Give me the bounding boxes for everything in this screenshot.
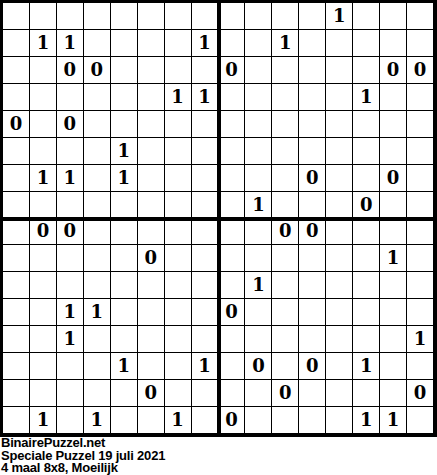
cell-r7c16[interactable] (407, 165, 434, 192)
cell-r15c1[interactable] (3, 380, 30, 407)
cell-r14c14: 1 (353, 353, 380, 380)
cell-r10c8[interactable] (192, 245, 219, 272)
cell-r12c14[interactable] (353, 299, 380, 326)
cell-r9c1[interactable] (3, 219, 30, 246)
cell-r4c1[interactable] (3, 84, 30, 111)
cell-r9c13[interactable] (326, 219, 353, 246)
cell-r6c16[interactable] (407, 138, 434, 165)
cell-r4c3[interactable] (57, 84, 84, 111)
cell-r14c7[interactable] (165, 353, 192, 380)
cell-r12c6[interactable] (138, 299, 165, 326)
cell-r15c12[interactable] (299, 380, 326, 407)
cell-r9c4[interactable] (84, 219, 111, 246)
cell-r4c6[interactable] (138, 84, 165, 111)
cell-r1c6[interactable] (138, 3, 165, 30)
cell-r11c9[interactable] (219, 272, 246, 299)
cell-r12c8[interactable] (192, 299, 219, 326)
cell-r8c15[interactable] (380, 192, 407, 219)
cell-r11c16[interactable] (407, 272, 434, 299)
cell-r15c8[interactable] (192, 380, 219, 407)
puzzle-page: 1111100000111001111001000000111101111001… (0, 0, 437, 475)
cell-r4c5[interactable] (111, 84, 138, 111)
cell-r9c8[interactable] (192, 219, 219, 246)
cell-r15c9[interactable] (219, 380, 246, 407)
cell-r12c1[interactable] (3, 299, 30, 326)
cell-r14c9[interactable] (219, 353, 246, 380)
cell-r15c16: 0 (407, 380, 434, 407)
cell-r14c13[interactable] (326, 353, 353, 380)
cell-r2c10[interactable] (245, 30, 272, 57)
cell-r4c11[interactable] (272, 84, 299, 111)
cell-r10c3[interactable] (57, 245, 84, 272)
cell-r4c12[interactable] (299, 84, 326, 111)
cell-r2c2: 1 (30, 30, 57, 57)
cell-r1c16[interactable] (407, 3, 434, 30)
cell-r14c8: 1 (192, 353, 219, 380)
cell-r11c5[interactable] (111, 272, 138, 299)
cell-r16c3[interactable] (57, 407, 84, 434)
cell-r8c7[interactable] (165, 192, 192, 219)
cell-r2c11: 1 (272, 30, 299, 57)
cell-r7c6[interactable] (138, 165, 165, 192)
cell-r5c5[interactable] (111, 111, 138, 138)
cell-r7c11[interactable] (272, 165, 299, 192)
cell-r5c12[interactable] (299, 111, 326, 138)
cell-r14c16[interactable] (407, 353, 434, 380)
cell-r15c10[interactable] (245, 380, 272, 407)
cell-r9c9[interactable] (219, 219, 246, 246)
cell-r6c15[interactable] (380, 138, 407, 165)
cell-r6c2[interactable] (30, 138, 57, 165)
cell-r6c5: 1 (111, 138, 138, 165)
cell-r2c8: 1 (192, 30, 219, 57)
cell-r10c15: 1 (380, 245, 407, 272)
cell-r11c7[interactable] (165, 272, 192, 299)
cell-r12c5[interactable] (111, 299, 138, 326)
quadrant-divider-horizontal (3, 217, 434, 221)
cell-r16c14: 1 (353, 407, 380, 434)
cell-r14c5: 1 (111, 353, 138, 380)
cell-r6c12[interactable] (299, 138, 326, 165)
cell-r6c11[interactable] (272, 138, 299, 165)
cell-r9c5[interactable] (111, 219, 138, 246)
cell-r13c1[interactable] (3, 326, 30, 353)
cell-r7c7[interactable] (165, 165, 192, 192)
cell-r11c12[interactable] (299, 272, 326, 299)
cell-r12c11[interactable] (272, 299, 299, 326)
cell-r16c16[interactable] (407, 407, 434, 434)
cell-r2c1[interactable] (3, 30, 30, 57)
cell-r8c11[interactable] (272, 192, 299, 219)
cell-r15c14[interactable] (353, 380, 380, 407)
cell-r4c15[interactable] (380, 84, 407, 111)
cell-r14c1[interactable] (3, 353, 30, 380)
cell-r9c11: 0 (272, 219, 299, 246)
cell-r9c16[interactable] (407, 219, 434, 246)
cell-r5c15[interactable] (380, 111, 407, 138)
cell-r9c10[interactable] (245, 219, 272, 246)
cell-r3c9: 0 (219, 57, 246, 84)
cell-r16c5[interactable] (111, 407, 138, 434)
cell-r13c6[interactable] (138, 326, 165, 353)
cell-r10c11[interactable] (272, 245, 299, 272)
cell-r5c13[interactable] (326, 111, 353, 138)
cell-r13c7[interactable] (165, 326, 192, 353)
cell-r5c10[interactable] (245, 111, 272, 138)
cell-r7c3: 1 (57, 165, 84, 192)
cell-r7c14[interactable] (353, 165, 380, 192)
cell-r7c12: 0 (299, 165, 326, 192)
cell-r2c12[interactable] (299, 30, 326, 57)
cell-r3c2[interactable] (30, 57, 57, 84)
cell-r7c8[interactable] (192, 165, 219, 192)
cell-r13c3: 1 (57, 326, 84, 353)
cell-r14c4[interactable] (84, 353, 111, 380)
cell-r4c13[interactable] (326, 84, 353, 111)
cell-r12c2[interactable] (30, 299, 57, 326)
cell-r15c6: 0 (138, 380, 165, 407)
cell-r16c8[interactable] (192, 407, 219, 434)
cell-r16c11[interactable] (272, 407, 299, 434)
cell-r13c2[interactable] (30, 326, 57, 353)
cell-r9c14[interactable] (353, 219, 380, 246)
cell-r2c15[interactable] (380, 30, 407, 57)
cell-r5c8[interactable] (192, 111, 219, 138)
cell-r3c5[interactable] (111, 57, 138, 84)
cell-r11c11[interactable] (272, 272, 299, 299)
cell-r4c4[interactable] (84, 84, 111, 111)
cell-r14c15[interactable] (380, 353, 407, 380)
cell-r12c12[interactable] (299, 299, 326, 326)
cell-r9c12: 0 (299, 219, 326, 246)
cell-r5c2[interactable] (30, 111, 57, 138)
cell-r13c5[interactable] (111, 326, 138, 353)
cell-r12c15[interactable] (380, 299, 407, 326)
cell-r10c10[interactable] (245, 245, 272, 272)
cell-r4c10[interactable] (245, 84, 272, 111)
cell-r7c5: 1 (111, 165, 138, 192)
cell-r9c3: 0 (57, 219, 84, 246)
cell-r2c5[interactable] (111, 30, 138, 57)
cell-r15c11: 0 (272, 380, 299, 407)
cell-r7c1[interactable] (3, 165, 30, 192)
cell-r1c3[interactable] (57, 3, 84, 30)
cell-r10c6: 0 (138, 245, 165, 272)
cell-r15c13[interactable] (326, 380, 353, 407)
cell-r4c7: 1 (165, 84, 192, 111)
cell-r13c11[interactable] (272, 326, 299, 353)
cell-r16c7: 1 (165, 407, 192, 434)
cell-r12c3: 1 (57, 299, 84, 326)
cell-r13c16: 1 (407, 326, 434, 353)
cell-r4c2[interactable] (30, 84, 57, 111)
cell-r4c16[interactable] (407, 84, 434, 111)
cell-r10c16[interactable] (407, 245, 434, 272)
cell-r3c4: 0 (84, 57, 111, 84)
cell-r1c2[interactable] (30, 3, 57, 30)
cell-r7c2: 1 (30, 165, 57, 192)
cell-r13c13[interactable] (326, 326, 353, 353)
cell-r8c5[interactable] (111, 192, 138, 219)
cell-r3c15: 0 (380, 57, 407, 84)
cell-r12c13[interactable] (326, 299, 353, 326)
cell-r8c2[interactable] (30, 192, 57, 219)
cell-r10c14[interactable] (353, 245, 380, 272)
cell-r13c12[interactable] (299, 326, 326, 353)
cell-r1c14[interactable] (353, 3, 380, 30)
cell-r1c10[interactable] (245, 3, 272, 30)
cell-r2c7[interactable] (165, 30, 192, 57)
cell-r6c1[interactable] (3, 138, 30, 165)
cell-r8c4[interactable] (84, 192, 111, 219)
cell-r7c13[interactable] (326, 165, 353, 192)
cell-r13c15[interactable] (380, 326, 407, 353)
binary-puzzle-board: 1111100000111001111001000000111101111001… (0, 0, 437, 437)
cell-r16c10[interactable] (245, 407, 272, 434)
cell-r5c16[interactable] (407, 111, 434, 138)
cell-r1c11[interactable] (272, 3, 299, 30)
cell-r16c15: 1 (380, 407, 407, 434)
cell-r15c7[interactable] (165, 380, 192, 407)
cell-r5c1: 0 (3, 111, 30, 138)
cell-r3c13[interactable] (326, 57, 353, 84)
cell-r3c14[interactable] (353, 57, 380, 84)
cell-r3c1[interactable] (3, 57, 30, 84)
cell-r13c10[interactable] (245, 326, 272, 353)
cell-r12c10[interactable] (245, 299, 272, 326)
cell-r9c6[interactable] (138, 219, 165, 246)
cell-r2c9[interactable] (219, 30, 246, 57)
footer: BinairePuzzel.net Speciale Puzzel 19 jul… (1, 437, 437, 475)
cell-r14c2[interactable] (30, 353, 57, 380)
cell-r14c11[interactable] (272, 353, 299, 380)
cell-r8c10: 1 (245, 192, 272, 219)
cell-r11c13[interactable] (326, 272, 353, 299)
cell-r5c11[interactable] (272, 111, 299, 138)
cell-r11c15[interactable] (380, 272, 407, 299)
cell-r12c4: 1 (84, 299, 111, 326)
cell-r1c9[interactable] (219, 3, 246, 30)
cell-r2c4[interactable] (84, 30, 111, 57)
cell-r3c6[interactable] (138, 57, 165, 84)
cell-r5c4[interactable] (84, 111, 111, 138)
cell-r14c12: 0 (299, 353, 326, 380)
cell-r1c8[interactable] (192, 3, 219, 30)
cell-r14c10: 0 (245, 353, 272, 380)
cell-r14c6[interactable] (138, 353, 165, 380)
cell-r1c5[interactable] (111, 3, 138, 30)
cell-r10c13[interactable] (326, 245, 353, 272)
cell-r6c9[interactable] (219, 138, 246, 165)
cell-r10c2[interactable] (30, 245, 57, 272)
cell-r6c14[interactable] (353, 138, 380, 165)
cell-r1c13: 1 (326, 3, 353, 30)
cell-r7c10[interactable] (245, 165, 272, 192)
puzzle-spec: 4 maal 8x8, Moeilijk (1, 462, 437, 475)
cell-r8c14: 0 (353, 192, 380, 219)
cell-r11c4[interactable] (84, 272, 111, 299)
cell-r15c2[interactable] (30, 380, 57, 407)
cell-r11c8[interactable] (192, 272, 219, 299)
cell-r8c3[interactable] (57, 192, 84, 219)
cell-r15c15[interactable] (380, 380, 407, 407)
cell-r2c3: 1 (57, 30, 84, 57)
cell-r10c12[interactable] (299, 245, 326, 272)
cell-r8c1[interactable] (3, 192, 30, 219)
cell-r2c13[interactable] (326, 30, 353, 57)
cell-r16c9: 0 (219, 407, 246, 434)
cell-r11c6[interactable] (138, 272, 165, 299)
cell-r11c1[interactable] (3, 272, 30, 299)
cell-r1c12[interactable] (299, 3, 326, 30)
cell-r2c6[interactable] (138, 30, 165, 57)
cell-r8c9[interactable] (219, 192, 246, 219)
cell-r15c4[interactable] (84, 380, 111, 407)
cell-r9c7[interactable] (165, 219, 192, 246)
cell-r1c1[interactable] (3, 3, 30, 30)
cell-r7c15: 0 (380, 165, 407, 192)
cell-r10c7[interactable] (165, 245, 192, 272)
cell-r12c9: 0 (219, 299, 246, 326)
cell-r11c14[interactable] (353, 272, 380, 299)
cell-r7c4[interactable] (84, 165, 111, 192)
cell-r13c8[interactable] (192, 326, 219, 353)
cell-r11c3[interactable] (57, 272, 84, 299)
cell-r2c14[interactable] (353, 30, 380, 57)
cell-r3c12[interactable] (299, 57, 326, 84)
cell-r13c4[interactable] (84, 326, 111, 353)
cell-r4c14: 1 (353, 84, 380, 111)
cell-r10c5[interactable] (111, 245, 138, 272)
cell-r16c1[interactable] (3, 407, 30, 434)
cell-r9c2: 0 (30, 219, 57, 246)
cell-r16c6[interactable] (138, 407, 165, 434)
cell-r12c7[interactable] (165, 299, 192, 326)
cell-r6c4[interactable] (84, 138, 111, 165)
cell-r11c2[interactable] (30, 272, 57, 299)
cell-r15c3[interactable] (57, 380, 84, 407)
cell-r16c2: 1 (30, 407, 57, 434)
cell-r16c13[interactable] (326, 407, 353, 434)
cell-r16c12[interactable] (299, 407, 326, 434)
cell-r10c1[interactable] (3, 245, 30, 272)
cell-r8c13[interactable] (326, 192, 353, 219)
cell-r5c6[interactable] (138, 111, 165, 138)
cell-r11c10: 1 (245, 272, 272, 299)
cell-r6c6[interactable] (138, 138, 165, 165)
cell-r5c14[interactable] (353, 111, 380, 138)
cell-r10c9[interactable] (219, 245, 246, 272)
cell-r5c3: 0 (57, 111, 84, 138)
cell-r6c3[interactable] (57, 138, 84, 165)
cell-r8c6[interactable] (138, 192, 165, 219)
cell-r5c7[interactable] (165, 111, 192, 138)
cell-r3c10[interactable] (245, 57, 272, 84)
cell-r15c5[interactable] (111, 380, 138, 407)
cell-r6c7[interactable] (165, 138, 192, 165)
cell-r8c8[interactable] (192, 192, 219, 219)
cell-r16c4: 1 (84, 407, 111, 434)
cell-r6c13[interactable] (326, 138, 353, 165)
cell-r10c4[interactable] (84, 245, 111, 272)
cell-r9c15[interactable] (380, 219, 407, 246)
cell-r6c8[interactable] (192, 138, 219, 165)
cell-r8c16[interactable] (407, 192, 434, 219)
cell-r13c9[interactable] (219, 326, 246, 353)
cell-r1c4[interactable] (84, 3, 111, 30)
cell-r1c7[interactable] (165, 3, 192, 30)
cell-r2c16[interactable] (407, 30, 434, 57)
cell-r6c10[interactable] (245, 138, 272, 165)
cell-r3c7[interactable] (165, 57, 192, 84)
cell-r5c9[interactable] (219, 111, 246, 138)
cell-r3c8[interactable] (192, 57, 219, 84)
cell-r14c3[interactable] (57, 353, 84, 380)
cell-r3c11[interactable] (272, 57, 299, 84)
cell-r12c16[interactable] (407, 299, 434, 326)
cell-r4c9[interactable] (219, 84, 246, 111)
cell-r1c15[interactable] (380, 3, 407, 30)
cell-r3c3: 0 (57, 57, 84, 84)
cell-r4c8: 1 (192, 84, 219, 111)
cell-r13c14[interactable] (353, 326, 380, 353)
cell-r8c12[interactable] (299, 192, 326, 219)
cell-r3c16: 0 (407, 57, 434, 84)
cell-r7c9[interactable] (219, 165, 246, 192)
